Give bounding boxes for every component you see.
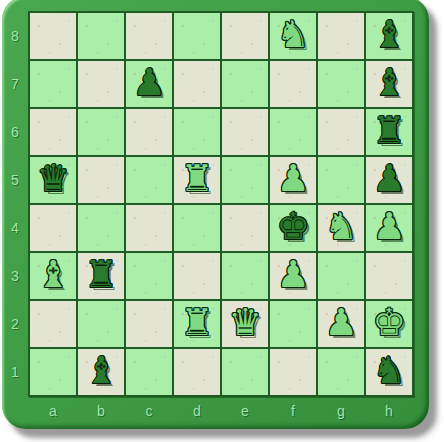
square-a6[interactable]: [30, 109, 76, 155]
square-b6[interactable]: [78, 109, 124, 155]
square-b1[interactable]: ♝: [78, 349, 124, 395]
square-f5[interactable]: ♟: [270, 157, 316, 203]
square-a8[interactable]: [30, 13, 76, 59]
square-e6[interactable]: [222, 109, 268, 155]
square-e8[interactable]: [222, 13, 268, 59]
square-g6[interactable]: [318, 109, 364, 155]
file-label-c: c: [126, 397, 172, 425]
square-g7[interactable]: [318, 61, 364, 107]
file-label-g: g: [318, 397, 364, 425]
rank-label-6: 6: [2, 109, 28, 155]
square-e5[interactable]: [222, 157, 268, 203]
black-bishop-icon[interactable]: ♝: [372, 60, 405, 106]
square-g2[interactable]: ♟: [318, 301, 364, 347]
square-f2[interactable]: [270, 301, 316, 347]
black-pawn-icon[interactable]: ♟: [132, 60, 165, 106]
square-a2[interactable]: [30, 301, 76, 347]
file-label-e: e: [222, 397, 268, 425]
square-h2[interactable]: ♚: [366, 301, 412, 347]
rank-label-7: 7: [2, 61, 28, 107]
square-f6[interactable]: [270, 109, 316, 155]
square-e3[interactable]: [222, 253, 268, 299]
square-a7[interactable]: [30, 61, 76, 107]
black-bishop-icon[interactable]: ♝: [372, 12, 405, 58]
file-label-b: b: [78, 397, 124, 425]
black-bishop-icon[interactable]: ♝: [84, 348, 117, 394]
file-label-h: h: [366, 397, 412, 425]
square-h4[interactable]: ♟: [366, 205, 412, 251]
chess-board: ♞♝♟♝♜♛♜♟♟♚♞♟♝♜♟♜♛♟♚♝♞: [28, 11, 414, 397]
square-b2[interactable]: [78, 301, 124, 347]
square-d8[interactable]: [174, 13, 220, 59]
file-label-d: d: [174, 397, 220, 425]
square-d2[interactable]: ♜: [174, 301, 220, 347]
square-f1[interactable]: [270, 349, 316, 395]
square-d1[interactable]: [174, 349, 220, 395]
square-d4[interactable]: [174, 205, 220, 251]
square-b8[interactable]: [78, 13, 124, 59]
rank-label-3: 3: [2, 253, 28, 299]
white-bishop-icon[interactable]: ♝: [36, 252, 69, 298]
file-labels: abcdefgh: [30, 397, 412, 425]
square-f8[interactable]: ♞: [270, 13, 316, 59]
square-c7[interactable]: ♟: [126, 61, 172, 107]
white-king-icon[interactable]: ♚: [372, 300, 405, 346]
square-f7[interactable]: [270, 61, 316, 107]
square-f4[interactable]: ♚: [270, 205, 316, 251]
black-king-icon[interactable]: ♚: [276, 204, 309, 250]
black-pawn-icon[interactable]: ♟: [372, 156, 405, 202]
rank-label-5: 5: [2, 157, 28, 203]
square-b7[interactable]: [78, 61, 124, 107]
square-h1[interactable]: ♞: [366, 349, 412, 395]
square-d7[interactable]: [174, 61, 220, 107]
white-knight-icon[interactable]: ♞: [324, 204, 357, 250]
white-pawn-icon[interactable]: ♟: [324, 300, 357, 346]
rank-label-4: 4: [2, 205, 28, 251]
square-a5[interactable]: ♛: [30, 157, 76, 203]
square-e2[interactable]: ♛: [222, 301, 268, 347]
square-c1[interactable]: [126, 349, 172, 395]
square-g1[interactable]: [318, 349, 364, 395]
square-a3[interactable]: ♝: [30, 253, 76, 299]
white-pawn-icon[interactable]: ♟: [276, 252, 309, 298]
square-g5[interactable]: [318, 157, 364, 203]
square-h3[interactable]: [366, 253, 412, 299]
square-c3[interactable]: [126, 253, 172, 299]
square-h7[interactable]: ♝: [366, 61, 412, 107]
square-h8[interactable]: ♝: [366, 13, 412, 59]
white-queen-icon[interactable]: ♛: [228, 300, 261, 346]
square-f3[interactable]: ♟: [270, 253, 316, 299]
square-c5[interactable]: [126, 157, 172, 203]
square-h6[interactable]: ♜: [366, 109, 412, 155]
white-pawn-icon[interactable]: ♟: [372, 204, 405, 250]
black-queen-icon[interactable]: ♛: [36, 156, 69, 202]
square-a4[interactable]: [30, 205, 76, 251]
rank-label-2: 2: [2, 301, 28, 347]
file-label-a: a: [30, 397, 76, 425]
white-pawn-icon[interactable]: ♟: [276, 156, 309, 202]
white-rook-icon[interactable]: ♜: [180, 156, 213, 202]
white-knight-icon[interactable]: ♞: [276, 12, 309, 58]
chessboard-app: 87654321 abcdefgh ♞♝♟♝♜♛♜♟♟♚♞♟♝♜♟♜♛♟♚♝♞: [0, 0, 444, 442]
black-rook-icon[interactable]: ♜: [372, 108, 405, 154]
square-e4[interactable]: [222, 205, 268, 251]
square-d3[interactable]: [174, 253, 220, 299]
file-label-f: f: [270, 397, 316, 425]
square-b4[interactable]: [78, 205, 124, 251]
square-g4[interactable]: ♞: [318, 205, 364, 251]
black-rook-icon[interactable]: ♜: [84, 252, 117, 298]
rank-label-8: 8: [2, 13, 28, 59]
white-rook-icon[interactable]: ♜: [180, 300, 213, 346]
square-g8[interactable]: [318, 13, 364, 59]
square-c2[interactable]: [126, 301, 172, 347]
square-g3[interactable]: [318, 253, 364, 299]
black-knight-icon[interactable]: ♞: [372, 348, 405, 394]
square-b3[interactable]: ♜: [78, 253, 124, 299]
square-c6[interactable]: [126, 109, 172, 155]
square-d5[interactable]: ♜: [174, 157, 220, 203]
square-c8[interactable]: [126, 13, 172, 59]
square-b5[interactable]: [78, 157, 124, 203]
rank-labels: 87654321: [2, 13, 28, 395]
square-h5[interactable]: ♟: [366, 157, 412, 203]
square-c4[interactable]: [126, 205, 172, 251]
square-e1[interactable]: [222, 349, 268, 395]
rank-label-1: 1: [2, 349, 28, 395]
square-a1[interactable]: [30, 349, 76, 395]
square-d6[interactable]: [174, 109, 220, 155]
square-e7[interactable]: [222, 61, 268, 107]
